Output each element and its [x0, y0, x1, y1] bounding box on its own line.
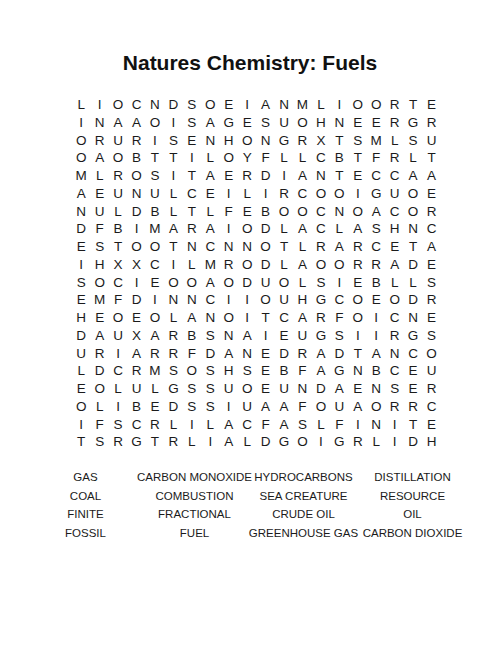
grid-cell-r9c12: T [275, 238, 293, 256]
grid-cell-r16c3: C [109, 362, 127, 380]
grid-cell-r11c20: S [422, 274, 440, 292]
grid-cell-r11c18: L [385, 274, 403, 292]
grid-cell-r2c10: E [238, 114, 256, 132]
grid-cell-r20c15: G [330, 433, 348, 451]
grid-cell-r1c18: R [385, 96, 403, 114]
grid-cell-r10c9: R [220, 256, 238, 274]
grid-cell-r8c9: I [220, 220, 238, 238]
grid-cell-r7c5: B [146, 203, 164, 221]
grid-cell-r10c5: C [146, 256, 164, 274]
grid-cell-r20c14: I [312, 433, 330, 451]
grid-cell-r4c12: L [275, 149, 293, 167]
grid-cell-r20c20: H [422, 433, 440, 451]
grid-cell-r14c8: S [201, 327, 219, 345]
grid-cell-r7c20: R [422, 203, 440, 221]
grid-cell-r12c1: E [72, 291, 90, 309]
grid-cell-r17c6: G [164, 380, 182, 398]
grid-cell-r9c3: T [109, 238, 127, 256]
grid-cell-r12c6: N [164, 291, 182, 309]
grid-cell-r8c13: A [293, 220, 311, 238]
grid-cell-r17c18: S [385, 380, 403, 398]
grid-cell-r11c5: E [146, 274, 164, 292]
grid-cell-r7c1: N [72, 203, 90, 221]
grid-cell-r15c9: A [220, 345, 238, 363]
grid-cell-r20c18: I [385, 433, 403, 451]
grid-cell-r2c2: N [90, 114, 108, 132]
grid-cell-r6c5: U [146, 185, 164, 203]
grid-cell-r7c4: D [127, 203, 145, 221]
grid-cell-r19c11: F [256, 416, 274, 434]
grid-cell-r10c6: I [164, 256, 182, 274]
grid-cell-r15c11: E [256, 345, 274, 363]
grid-cell-r1c8: O [201, 96, 219, 114]
grid-cell-r2c8: A [201, 114, 219, 132]
grid-cell-r19c20: E [422, 416, 440, 434]
grid-cell-r14c3: U [109, 327, 127, 345]
grid-cell-r4c13: L [293, 149, 311, 167]
grid-cell-r17c12: U [275, 380, 293, 398]
grid-cell-r13c6: L [164, 309, 182, 327]
grid-cell-r13c3: O [109, 309, 127, 327]
grid-cell-r12c9: I [220, 291, 238, 309]
grid-cell-r14c10: A [238, 327, 256, 345]
grid-cell-r17c2: O [90, 380, 108, 398]
grid-cell-r3c17: M [367, 132, 385, 150]
grid-cell-r2c14: H [312, 114, 330, 132]
grid-cell-r12c19: D [404, 291, 422, 309]
grid-cell-r3c11: N [256, 132, 274, 150]
grid-cell-r10c7: L [183, 256, 201, 274]
grid-cell-r6c14: O [312, 185, 330, 203]
grid-cell-r6c6: L [164, 185, 182, 203]
grid-cell-r12c12: U [275, 291, 293, 309]
grid-cell-r2c9: G [220, 114, 238, 132]
grid-cell-r19c19: T [404, 416, 422, 434]
grid-cell-r16c18: C [385, 362, 403, 380]
grid-cell-r2c6: I [164, 114, 182, 132]
grid-cell-r20c4: G [127, 433, 145, 451]
grid-cell-r11c13: L [293, 274, 311, 292]
grid-cell-r17c11: E [256, 380, 274, 398]
grid-cell-r4c20: T [422, 149, 440, 167]
grid-cell-r20c12: G [275, 433, 293, 451]
grid-cell-r3c1: O [72, 132, 90, 150]
grid-cell-r13c7: A [183, 309, 201, 327]
grid-cell-r16c7: O [183, 362, 201, 380]
grid-cell-r20c9: A [220, 433, 238, 451]
grid-cell-r18c9: I [220, 398, 238, 416]
grid-cell-r17c15: A [330, 380, 348, 398]
grid-cell-r18c5: E [146, 398, 164, 416]
grid-cell-r18c1: O [72, 398, 90, 416]
grid-cell-r13c1: H [72, 309, 90, 327]
grid-cell-r13c8: N [201, 309, 219, 327]
grid-cell-r1c2: I [90, 96, 108, 114]
grid-cell-r12c11: O [256, 291, 274, 309]
grid-cell-r17c19: E [404, 380, 422, 398]
grid-cell-r5c1: M [72, 167, 90, 185]
word-list-item-c3r1: HYDROCARBONS [249, 469, 358, 487]
grid-cell-r5c12: I [275, 167, 293, 185]
grid-cell-r15c13: R [293, 345, 311, 363]
grid-cell-r19c18: I [385, 416, 403, 434]
grid-cell-r4c1: O [72, 149, 90, 167]
grid-cell-r5c19: A [404, 167, 422, 185]
grid-cell-r10c16: R [349, 256, 367, 274]
grid-cell-r16c11: E [256, 362, 274, 380]
word-list-item-c3r4: GREENHOUSE GAS [249, 524, 358, 542]
grid-cell-r15c3: I [109, 345, 127, 363]
grid-cell-r5c4: O [127, 167, 145, 185]
grid-cell-r1c15: I [330, 96, 348, 114]
grid-cell-r3c7: E [183, 132, 201, 150]
grid-cell-r15c18: N [385, 345, 403, 363]
grid-cell-r20c11: D [256, 433, 274, 451]
word-list-item-c2r4: FUEL [140, 524, 249, 542]
grid-cell-r1c11: A [256, 96, 274, 114]
grid-cell-r15c12: D [275, 345, 293, 363]
grid-cell-r8c10: O [238, 220, 256, 238]
grid-cell-r2c11: S [256, 114, 274, 132]
grid-cell-r2c18: R [385, 114, 403, 132]
word-list: GASCOALFINITEFOSSILCARBON MONOXIDECOMBUS… [31, 469, 467, 543]
grid-cell-r12c20: R [422, 291, 440, 309]
grid-cell-r16c16: N [349, 362, 367, 380]
grid-cell-r8c2: F [90, 220, 108, 238]
grid-cell-r3c20: U [422, 132, 440, 150]
grid-cell-r12c17: E [367, 291, 385, 309]
grid-cell-r11c10: D [238, 274, 256, 292]
grid-cell-r7c3: L [109, 203, 127, 221]
grid-cell-r18c10: U [238, 398, 256, 416]
grid-cell-r3c19: S [404, 132, 422, 150]
grid-cell-r9c8: C [201, 238, 219, 256]
grid-cell-r19c9: A [220, 416, 238, 434]
grid-cell-r11c19: L [404, 274, 422, 292]
grid-cell-r13c17: I [367, 309, 385, 327]
grid-cell-r9c2: S [90, 238, 108, 256]
grid-cell-r2c12: U [275, 114, 293, 132]
grid-cell-r9c15: A [330, 238, 348, 256]
grid-cell-r12c18: O [385, 291, 403, 309]
grid-cell-r9c20: A [422, 238, 440, 256]
grid-cell-r13c5: O [146, 309, 164, 327]
grid-cell-r18c12: A [275, 398, 293, 416]
grid-cell-r10c3: X [109, 256, 127, 274]
grid-cell-r18c3: I [109, 398, 127, 416]
grid-cell-r13c15: F [330, 309, 348, 327]
grid-cell-r19c3: S [109, 416, 127, 434]
grid-cell-r11c11: U [256, 274, 274, 292]
grid-cell-r13c13: A [293, 309, 311, 327]
grid-cell-r6c11: I [256, 185, 274, 203]
grid-cell-r19c4: C [127, 416, 145, 434]
grid-cell-r7c13: O [293, 203, 311, 221]
grid-cell-r8c14: C [312, 220, 330, 238]
grid-cell-r19c12: A [275, 416, 293, 434]
grid-cell-r3c16: S [349, 132, 367, 150]
grid-cell-r2c1: I [72, 114, 90, 132]
grid-cell-r20c13: O [293, 433, 311, 451]
grid-cell-r20c17: L [367, 433, 385, 451]
grid-cell-r15c6: R [164, 345, 182, 363]
grid-cell-r14c6: R [164, 327, 182, 345]
grid-cell-r14c18: R [385, 327, 403, 345]
grid-cell-r8c20: C [422, 220, 440, 238]
grid-cell-r15c15: D [330, 345, 348, 363]
grid-cell-r2c5: O [146, 114, 164, 132]
grid-cell-r4c18: R [385, 149, 403, 167]
grid-cell-r16c20: U [422, 362, 440, 380]
grid-cell-r10c11: D [256, 256, 274, 274]
grid-cell-r3c5: I [146, 132, 164, 150]
grid-cell-r16c15: G [330, 362, 348, 380]
grid-cell-r8c1: D [72, 220, 90, 238]
grid-cell-r7c9: F [220, 203, 238, 221]
grid-cell-r12c10: I [238, 291, 256, 309]
grid-cell-r7c7: T [183, 203, 201, 221]
grid-cell-r5c16: E [349, 167, 367, 185]
grid-cell-r13c16: O [349, 309, 367, 327]
grid-cell-r20c2: S [90, 433, 108, 451]
grid-cell-r15c10: N [238, 345, 256, 363]
word-list-item-c4r4: CARBON DIOXIDE [358, 524, 467, 542]
grid-cell-r9c13: L [293, 238, 311, 256]
grid-cell-r19c17: N [367, 416, 385, 434]
grid-cell-r6c16: I [349, 185, 367, 203]
grid-cell-r17c16: E [349, 380, 367, 398]
grid-cell-r1c13: M [293, 96, 311, 114]
grid-cell-r5c5: S [146, 167, 164, 185]
grid-cell-r16c2: D [90, 362, 108, 380]
grid-cell-r3c15: T [330, 132, 348, 150]
grid-cell-r16c14: A [312, 362, 330, 380]
grid-cell-r18c11: A [256, 398, 274, 416]
grid-cell-r14c1: D [72, 327, 90, 345]
grid-cell-r17c3: L [109, 380, 127, 398]
grid-cell-r7c14: C [312, 203, 330, 221]
grid-cell-r17c7: S [183, 380, 201, 398]
word-list-item-c4r1: DISTILLATION [358, 469, 467, 487]
grid-cell-r8c15: L [330, 220, 348, 238]
word-list-item-c4r2: RESOURCE [358, 487, 467, 505]
grid-cell-r6c2: E [90, 185, 108, 203]
grid-cell-r12c16: O [349, 291, 367, 309]
grid-cell-r17c10: O [238, 380, 256, 398]
grid-cell-r12c14: G [312, 291, 330, 309]
grid-cell-r11c3: C [109, 274, 127, 292]
grid-cell-r9c11: O [256, 238, 274, 256]
grid-cell-r7c11: B [256, 203, 274, 221]
grid-cell-r8c19: N [404, 220, 422, 238]
grid-cell-r2c15: N [330, 114, 348, 132]
grid-cell-r16c19: E [404, 362, 422, 380]
word-list-item-c1r3: FINITE [31, 506, 140, 524]
grid-cell-r15c2: R [90, 345, 108, 363]
grid-cell-r2c19: G [404, 114, 422, 132]
grid-cell-r3c3: U [109, 132, 127, 150]
grid-cell-r5c14: N [312, 167, 330, 185]
grid-cell-r11c14: S [312, 274, 330, 292]
grid-cell-r14c15: S [330, 327, 348, 345]
word-search-grid: LIOCNDSOEIANMLIOORTEINAAOISAGESUOHNEERGR… [72, 96, 441, 451]
grid-cell-r18c8: S [201, 398, 219, 416]
grid-cell-r8c4: I [127, 220, 145, 238]
grid-cell-r12c8: C [201, 291, 219, 309]
grid-cell-r3c12: G [275, 132, 293, 150]
grid-cell-r11c12: O [275, 274, 293, 292]
grid-cell-r8c12: L [275, 220, 293, 238]
grid-cell-r3c18: L [385, 132, 403, 150]
grid-cell-r3c14: X [312, 132, 330, 150]
grid-cell-r16c5: M [146, 362, 164, 380]
grid-cell-r6c8: E [201, 185, 219, 203]
grid-cell-r17c9: U [220, 380, 238, 398]
grid-cell-r5c18: C [385, 167, 403, 185]
grid-cell-r1c16: O [349, 96, 367, 114]
grid-cell-r8c6: A [164, 220, 182, 238]
word-list-item-c2r2: COMBUSTION [140, 487, 249, 505]
grid-cell-r18c2: L [90, 398, 108, 416]
grid-cell-r17c17: N [367, 380, 385, 398]
grid-cell-r7c18: C [385, 203, 403, 221]
grid-cell-r12c3: F [109, 291, 127, 309]
grid-cell-r9c17: C [367, 238, 385, 256]
grid-cell-r2c20: R [422, 114, 440, 132]
grid-cell-r14c20: S [422, 327, 440, 345]
grid-cell-r18c17: O [367, 398, 385, 416]
grid-cell-r4c2: A [90, 149, 108, 167]
word-list-item-c3r2: SEA CREATURE [249, 487, 358, 505]
grid-cell-r5c15: T [330, 167, 348, 185]
grid-cell-r6c20: E [422, 185, 440, 203]
grid-cell-r4c14: C [312, 149, 330, 167]
grid-cell-r10c14: O [312, 256, 330, 274]
grid-cell-r12c2: M [90, 291, 108, 309]
grid-cell-r11c7: O [183, 274, 201, 292]
grid-cell-r13c18: C [385, 309, 403, 327]
grid-cell-r17c20: R [422, 380, 440, 398]
grid-cell-r8c7: R [183, 220, 201, 238]
grid-cell-r16c8: S [201, 362, 219, 380]
grid-cell-r12c4: D [127, 291, 145, 309]
grid-cell-r4c19: L [404, 149, 422, 167]
grid-cell-r14c13: U [293, 327, 311, 345]
grid-cell-r5c2: L [90, 167, 108, 185]
grid-cell-r4c9: O [220, 149, 238, 167]
grid-cell-r3c13: R [293, 132, 311, 150]
grid-cell-r14c19: G [404, 327, 422, 345]
grid-cell-r8c8: A [201, 220, 219, 238]
grid-cell-r15c1: U [72, 345, 90, 363]
grid-cell-r20c19: D [404, 433, 422, 451]
grid-cell-r10c19: D [404, 256, 422, 274]
grid-cell-r8c3: B [109, 220, 127, 238]
grid-cell-r20c10: L [238, 433, 256, 451]
grid-cell-r15c7: F [183, 345, 201, 363]
grid-cell-r20c8: I [201, 433, 219, 451]
grid-cell-r6c4: N [127, 185, 145, 203]
grid-cell-r17c8: S [201, 380, 219, 398]
grid-cell-r2c3: A [109, 114, 127, 132]
grid-cell-r15c5: R [146, 345, 164, 363]
grid-cell-r8c5: M [146, 220, 164, 238]
grid-cell-r18c15: U [330, 398, 348, 416]
grid-cell-r1c4: C [127, 96, 145, 114]
grid-cell-r15c19: C [404, 345, 422, 363]
grid-cell-r2c13: O [293, 114, 311, 132]
word-list-item-c1r4: FOSSIL [31, 524, 140, 542]
grid-cell-r20c5: T [146, 433, 164, 451]
grid-cell-r3c6: S [164, 132, 182, 150]
grid-cell-r6c10: L [238, 185, 256, 203]
grid-cell-r10c2: H [90, 256, 108, 274]
grid-cell-r20c3: R [109, 433, 127, 451]
grid-cell-r9c9: N [220, 238, 238, 256]
grid-cell-r19c1: I [72, 416, 90, 434]
grid-cell-r6c1: A [72, 185, 90, 203]
grid-cell-r14c9: N [220, 327, 238, 345]
grid-cell-r5c8: A [201, 167, 219, 185]
grid-cell-r4c16: T [349, 149, 367, 167]
grid-cell-r18c7: S [183, 398, 201, 416]
grid-cell-r16c9: H [220, 362, 238, 380]
grid-cell-r16c4: R [127, 362, 145, 380]
grid-cell-r13c11: T [256, 309, 274, 327]
grid-cell-r1c6: D [164, 96, 182, 114]
grid-cell-r13c9: O [220, 309, 238, 327]
grid-cell-r9c1: E [72, 238, 90, 256]
grid-cell-r11c1: S [72, 274, 90, 292]
grid-cell-r8c17: S [367, 220, 385, 238]
grid-cell-r3c4: R [127, 132, 145, 150]
grid-cell-r11c6: O [164, 274, 182, 292]
grid-cell-r10c20: E [422, 256, 440, 274]
grid-cell-r16c17: B [367, 362, 385, 380]
grid-cell-r4c6: T [164, 149, 182, 167]
grid-cell-r5c3: R [109, 167, 127, 185]
grid-cell-r19c10: C [238, 416, 256, 434]
grid-cell-r10c18: A [385, 256, 403, 274]
grid-cell-r17c1: E [72, 380, 90, 398]
grid-cell-r19c16: I [349, 416, 367, 434]
grid-cell-r14c12: E [275, 327, 293, 345]
grid-cell-r19c7: I [183, 416, 201, 434]
grid-cell-r11c17: B [367, 274, 385, 292]
grid-cell-r16c10: S [238, 362, 256, 380]
grid-cell-r20c6: R [164, 433, 182, 451]
grid-cell-r19c2: F [90, 416, 108, 434]
grid-cell-r7c2: U [90, 203, 108, 221]
grid-cell-r18c4: B [127, 398, 145, 416]
grid-cell-r5c9: E [220, 167, 238, 185]
grid-cell-r11c9: O [220, 274, 238, 292]
grid-cell-r18c20: C [422, 398, 440, 416]
grid-cell-r16c13: F [293, 362, 311, 380]
grid-cell-r18c19: R [404, 398, 422, 416]
grid-cell-r14c11: I [256, 327, 274, 345]
grid-cell-r7c12: O [275, 203, 293, 221]
grid-cell-r2c17: E [367, 114, 385, 132]
grid-cell-r15c4: A [127, 345, 145, 363]
grid-cell-r11c16: E [349, 274, 367, 292]
grid-cell-r12c7: N [183, 291, 201, 309]
grid-cell-r6c12: R [275, 185, 293, 203]
grid-cell-r2c7: S [183, 114, 201, 132]
grid-cell-r10c13: A [293, 256, 311, 274]
grid-cell-r9c16: R [349, 238, 367, 256]
grid-cell-r1c3: O [109, 96, 127, 114]
